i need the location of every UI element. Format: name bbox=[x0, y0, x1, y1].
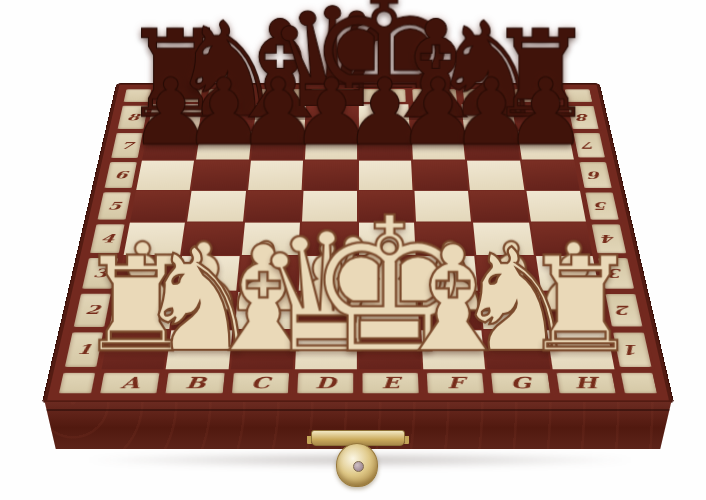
rank-number: 6 bbox=[579, 162, 612, 188]
square-h1[interactable]: ♜ bbox=[546, 330, 614, 369]
clasp-rosette bbox=[336, 443, 378, 487]
bottom-file-label-c: C bbox=[228, 370, 293, 395]
chess-board: ABCDEFGH8♜♞♝♛♚♝♞♜87♟♟♟♟♟♟♟♟7665544332♟♟♟… bbox=[43, 84, 673, 403]
corner-tile bbox=[55, 370, 99, 395]
rank-number: 5 bbox=[585, 192, 619, 219]
corner-tile bbox=[617, 370, 661, 395]
square-a6[interactable] bbox=[137, 160, 195, 189]
blank-tile bbox=[621, 373, 657, 394]
bottom-file-label-a: A bbox=[97, 370, 164, 395]
square-h6[interactable] bbox=[522, 160, 580, 189]
piece-black-pawn-h7: ♟ bbox=[453, 66, 636, 158]
rank-number: 6 bbox=[105, 162, 138, 188]
box-lid-seam bbox=[46, 409, 670, 411]
bottom-file-label-b: B bbox=[162, 370, 228, 395]
file-letter: E bbox=[363, 373, 419, 394]
square-b6[interactable] bbox=[192, 160, 249, 189]
bottom-file-label-e: E bbox=[359, 370, 422, 395]
left-rank-label-5: 5 bbox=[94, 191, 134, 222]
file-letter: C bbox=[232, 373, 289, 394]
square-c6[interactable] bbox=[248, 160, 303, 189]
bottom-file-label-d: D bbox=[293, 370, 356, 395]
clasp-pin bbox=[353, 461, 364, 472]
right-rank-label-5: 5 bbox=[582, 191, 622, 222]
file-letter: B bbox=[166, 373, 224, 394]
square-g6[interactable] bbox=[467, 160, 524, 189]
photo-background: ABCDEFGH8♜♞♝♛♚♝♞♜87♟♟♟♟♟♟♟♟7665544332♟♟♟… bbox=[0, 0, 706, 500]
file-letter: D bbox=[297, 373, 353, 394]
bottom-file-label-h: H bbox=[552, 370, 619, 395]
rank-number: 5 bbox=[98, 192, 132, 219]
file-letter: F bbox=[427, 373, 484, 394]
bottom-file-label-g: G bbox=[488, 370, 554, 395]
file-letter: A bbox=[100, 373, 159, 394]
bottom-file-label-f: F bbox=[424, 370, 489, 395]
file-letter: G bbox=[492, 373, 550, 394]
right-rank-label-6: 6 bbox=[576, 160, 615, 189]
square-h7[interactable]: ♟ bbox=[517, 132, 573, 160]
left-rank-label-6: 6 bbox=[101, 160, 140, 189]
file-letter: H bbox=[556, 373, 615, 394]
blank-tile bbox=[59, 373, 95, 394]
